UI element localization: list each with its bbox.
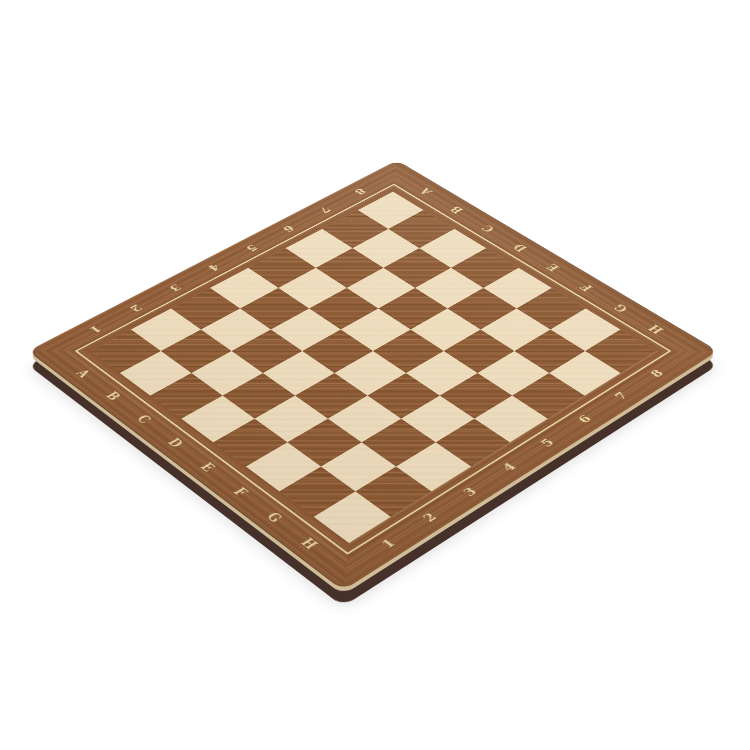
file-label-top-h: H <box>639 319 673 339</box>
file-label-bottom-a: A <box>66 363 100 384</box>
file-label-bottom-h: H <box>290 531 327 556</box>
file-label-top-b: B <box>441 201 472 219</box>
file-label-top-c: C <box>472 219 504 237</box>
file-label-top-e: E <box>537 258 569 277</box>
product-photo-scene: AA11BB22CC33DD44EE55FF66GG77HH88 <box>0 0 750 750</box>
file-label-top-a: A <box>410 183 441 200</box>
file-label-bottom-b: B <box>96 385 131 407</box>
file-label-top-f: F <box>570 278 603 298</box>
file-label-bottom-g: G <box>256 505 293 530</box>
file-label-bottom-d: D <box>158 431 194 454</box>
file-label-bottom-c: C <box>126 408 161 430</box>
file-label-top-g: G <box>604 298 637 318</box>
playing-area <box>90 192 656 543</box>
file-label-top-d: D <box>504 238 536 257</box>
file-label-bottom-f: F <box>222 480 258 504</box>
chessboard: AA11BB22CC33DD44EE55FF66GG77HH88 <box>28 160 718 590</box>
file-label-bottom-e: E <box>190 455 226 479</box>
